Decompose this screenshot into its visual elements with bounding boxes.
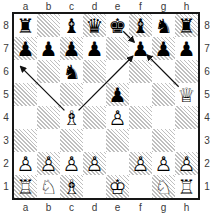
file-label-h: h <box>175 201 198 214</box>
square-a7[interactable]: ♟♟ <box>14 37 37 60</box>
black-bishop-c8[interactable]: ♝♝ <box>60 14 83 37</box>
square-f8[interactable]: ♝♝ <box>129 14 152 37</box>
square-e1[interactable]: ♚♔ <box>106 175 129 198</box>
rank-label-2: 2 <box>201 152 213 175</box>
black-pawn-c7[interactable]: ♟♟ <box>60 37 83 60</box>
file-label-e: e <box>106 201 129 214</box>
file-labels-bottom: abcdefgh <box>14 201 198 213</box>
piece-glyph: ♖ <box>178 177 196 197</box>
piece-glyph: ♞ <box>63 62 81 82</box>
rank-label-3: 3 <box>0 129 12 152</box>
black-queen-d8[interactable]: ♛♛ <box>83 14 106 37</box>
square-c5[interactable] <box>60 83 83 106</box>
square-c3[interactable] <box>60 129 83 152</box>
chess-board: ♜♜♝♝♛♛♚♚♝♝♞♞♜♜♟♟♟♟♟♟♟♟♟♟♟♟♟♟♞♞♟♟♛♕♝♗♟♙♟♙… <box>12 12 200 200</box>
square-d3[interactable] <box>83 129 106 152</box>
piece-glyph: ♙ <box>132 154 150 174</box>
piece-glyph: ♝ <box>63 16 81 36</box>
piece-glyph: ♙ <box>86 154 104 174</box>
rank-label-1: 1 <box>201 175 213 198</box>
piece-glyph: ♗ <box>63 177 81 197</box>
square-h3[interactable] <box>175 129 198 152</box>
piece-glyph: ♟ <box>132 39 150 59</box>
rank-label-7: 7 <box>0 37 12 60</box>
piece-glyph: ♚ <box>109 16 127 36</box>
square-f3[interactable] <box>129 129 152 152</box>
file-label-a: a <box>14 201 37 214</box>
rank-label-3: 3 <box>201 129 213 152</box>
white-rook-a1[interactable]: ♜♖ <box>14 175 37 198</box>
square-b4[interactable] <box>37 106 60 129</box>
file-label-b: b <box>37 201 60 214</box>
black-pawn-d7[interactable]: ♟♟ <box>83 37 106 60</box>
square-f4[interactable] <box>129 106 152 129</box>
rank-label-5: 5 <box>201 83 213 106</box>
file-label-c: c <box>60 201 83 214</box>
square-e2[interactable] <box>106 152 129 175</box>
square-d5[interactable] <box>83 83 106 106</box>
square-h7[interactable]: ♟♟ <box>175 37 198 60</box>
piece-glyph: ♟ <box>86 39 104 59</box>
black-bishop-f8[interactable]: ♝♝ <box>129 14 152 37</box>
piece-glyph: ♟ <box>17 39 35 59</box>
piece-glyph: ♝ <box>132 16 150 36</box>
file-label-f: f <box>129 201 152 214</box>
square-b5[interactable] <box>37 83 60 106</box>
black-king-e8[interactable]: ♚♚ <box>106 14 129 37</box>
square-h8[interactable]: ♜♜ <box>175 14 198 37</box>
square-c1[interactable]: ♝♗ <box>60 175 83 198</box>
white-knight-b1[interactable]: ♞♘ <box>37 175 60 198</box>
white-king-e1[interactable]: ♚♔ <box>106 175 129 198</box>
square-a8[interactable]: ♜♜ <box>14 14 37 37</box>
black-pawn-e5[interactable]: ♟♟ <box>106 83 129 106</box>
piece-glyph: ♙ <box>109 108 127 128</box>
square-h5[interactable]: ♛♕ <box>175 83 198 106</box>
black-rook-h8[interactable]: ♜♜ <box>175 14 198 37</box>
white-pawn-b2[interactable]: ♟♙ <box>37 152 60 175</box>
square-g1[interactable]: ♞♘ <box>152 175 175 198</box>
piece-glyph: ♙ <box>17 154 35 174</box>
square-d7[interactable]: ♟♟ <box>83 37 106 60</box>
rank-label-1: 1 <box>0 175 12 198</box>
square-e3[interactable] <box>106 129 129 152</box>
white-pawn-h2[interactable]: ♟♙ <box>175 152 198 175</box>
square-g2[interactable]: ♟♙ <box>152 152 175 175</box>
black-knight-c6[interactable]: ♞♞ <box>60 60 83 83</box>
white-pawn-e4[interactable]: ♟♙ <box>106 106 129 129</box>
white-rook-h1[interactable]: ♜♖ <box>175 175 198 198</box>
square-d8[interactable]: ♛♛ <box>83 14 106 37</box>
square-g3[interactable] <box>152 129 175 152</box>
piece-glyph: ♙ <box>63 154 81 174</box>
black-pawn-h7[interactable]: ♟♟ <box>175 37 198 60</box>
square-h1[interactable]: ♜♖ <box>175 175 198 198</box>
file-label-d: d <box>83 201 106 214</box>
square-e4[interactable]: ♟♙ <box>106 106 129 129</box>
rank-label-7: 7 <box>201 37 213 60</box>
square-c6[interactable]: ♞♞ <box>60 60 83 83</box>
piece-glyph: ♕ <box>178 85 196 105</box>
piece-glyph: ♖ <box>17 177 35 197</box>
square-a5[interactable] <box>14 83 37 106</box>
white-knight-g1[interactable]: ♞♘ <box>152 175 175 198</box>
piece-glyph: ♟ <box>178 39 196 59</box>
piece-glyph: ♟ <box>155 39 173 59</box>
square-a2[interactable]: ♟♙ <box>14 152 37 175</box>
chess-diagram: abcdefgh abcdefgh 87654321 87654321 ♜♜♝♝… <box>0 0 213 215</box>
rank-label-5: 5 <box>0 83 12 106</box>
piece-glyph: ♟ <box>63 39 81 59</box>
rank-label-4: 4 <box>201 106 213 129</box>
square-f2[interactable]: ♟♙ <box>129 152 152 175</box>
white-pawn-a2[interactable]: ♟♙ <box>14 152 37 175</box>
rank-label-6: 6 <box>201 60 213 83</box>
rank-labels-right: 87654321 <box>201 14 213 198</box>
square-f7[interactable]: ♟♟ <box>129 37 152 60</box>
square-c7[interactable]: ♟♟ <box>60 37 83 60</box>
black-pawn-a7[interactable]: ♟♟ <box>14 37 37 60</box>
square-f5[interactable] <box>129 83 152 106</box>
square-f1[interactable] <box>129 175 152 198</box>
piece-glyph: ♘ <box>40 177 58 197</box>
square-a1[interactable]: ♜♖ <box>14 175 37 198</box>
black-pawn-g7[interactable]: ♟♟ <box>152 37 175 60</box>
square-g8[interactable]: ♞♞ <box>152 14 175 37</box>
square-h6[interactable] <box>175 60 198 83</box>
piece-glyph: ♙ <box>155 154 173 174</box>
piece-glyph: ♘ <box>155 177 173 197</box>
white-pawn-f2[interactable]: ♟♙ <box>129 152 152 175</box>
rank-label-8: 8 <box>201 14 213 37</box>
square-a6[interactable] <box>14 60 37 83</box>
square-e7[interactable] <box>106 37 129 60</box>
square-b3[interactable] <box>37 129 60 152</box>
square-b8[interactable] <box>37 14 60 37</box>
black-pawn-f7[interactable]: ♟♟ <box>129 37 152 60</box>
square-b1[interactable]: ♞♘ <box>37 175 60 198</box>
square-g7[interactable]: ♟♟ <box>152 37 175 60</box>
rank-label-8: 8 <box>0 14 12 37</box>
square-h4[interactable] <box>175 106 198 129</box>
piece-glyph: ♗ <box>63 108 81 128</box>
piece-glyph: ♙ <box>178 154 196 174</box>
file-label-g: g <box>152 201 175 214</box>
square-d4[interactable] <box>83 106 106 129</box>
rank-label-4: 4 <box>0 106 12 129</box>
square-d2[interactable]: ♟♙ <box>83 152 106 175</box>
square-g4[interactable] <box>152 106 175 129</box>
square-b6[interactable] <box>37 60 60 83</box>
square-g6[interactable] <box>152 60 175 83</box>
rank-label-6: 6 <box>0 60 12 83</box>
black-pawn-b7[interactable]: ♟♟ <box>37 37 60 60</box>
square-e5[interactable]: ♟♟ <box>106 83 129 106</box>
white-queen-h5[interactable]: ♛♕ <box>175 83 198 106</box>
rank-label-2: 2 <box>0 152 12 175</box>
square-h2[interactable]: ♟♙ <box>175 152 198 175</box>
square-f6[interactable] <box>129 60 152 83</box>
square-e8[interactable]: ♚♚ <box>106 14 129 37</box>
file-labels-top: abcdefgh <box>14 0 198 12</box>
piece-glyph: ♞ <box>155 16 173 36</box>
square-g5[interactable] <box>152 83 175 106</box>
square-a3[interactable] <box>14 129 37 152</box>
square-c4[interactable]: ♝♗ <box>60 106 83 129</box>
piece-glyph: ♛ <box>86 16 104 36</box>
white-pawn-g2[interactable]: ♟♙ <box>152 152 175 175</box>
square-c8[interactable]: ♝♝ <box>60 14 83 37</box>
white-bishop-c4[interactable]: ♝♗ <box>60 106 83 129</box>
black-knight-g8[interactable]: ♞♞ <box>152 14 175 37</box>
piece-glyph: ♜ <box>178 16 196 36</box>
white-bishop-c1[interactable]: ♝♗ <box>60 175 83 198</box>
black-rook-a8[interactable]: ♜♜ <box>14 14 37 37</box>
piece-glyph: ♜ <box>17 16 35 36</box>
square-e6[interactable] <box>106 60 129 83</box>
rank-labels-left: 87654321 <box>0 14 12 198</box>
piece-glyph: ♟ <box>40 39 58 59</box>
white-pawn-c2[interactable]: ♟♙ <box>60 152 83 175</box>
white-pawn-d2[interactable]: ♟♙ <box>83 152 106 175</box>
piece-glyph: ♟ <box>109 85 127 105</box>
piece-glyph: ♙ <box>40 154 58 174</box>
square-a4[interactable] <box>14 106 37 129</box>
square-d6[interactable] <box>83 60 106 83</box>
square-b7[interactable]: ♟♟ <box>37 37 60 60</box>
square-d1[interactable] <box>83 175 106 198</box>
square-c2[interactable]: ♟♙ <box>60 152 83 175</box>
square-b2[interactable]: ♟♙ <box>37 152 60 175</box>
piece-glyph: ♔ <box>109 177 127 197</box>
